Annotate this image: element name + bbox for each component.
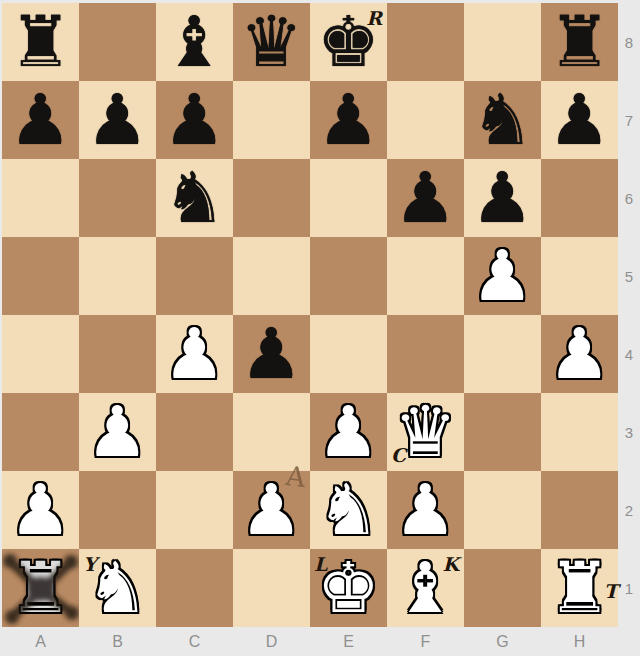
square-b8[interactable]	[79, 3, 156, 81]
square-c3[interactable]	[156, 393, 233, 471]
square-h4[interactable]: ♟	[541, 315, 618, 393]
square-c8[interactable]: ♝	[156, 3, 233, 81]
square-d4[interactable]: ♟	[233, 315, 310, 393]
square-f7[interactable]	[387, 81, 464, 159]
chess-board-page: ♜♝♛♚R♜♟♟♟♟♞♟♞♟♟♟♟♟♟♟♟♛C♟♟A♞♟♜ ♞Y♚L♝K♜T A…	[0, 0, 640, 656]
square-c1[interactable]	[156, 549, 233, 627]
annotation-letter-k-f1: K	[442, 555, 459, 574]
annotation-letter-l-e1: L	[314, 555, 327, 574]
rank-label-8: 8	[618, 3, 640, 81]
square-c7[interactable]: ♟	[156, 81, 233, 159]
piece-black-rook[interactable]: ♜	[2, 3, 79, 81]
square-d7[interactable]	[233, 81, 310, 159]
piece-white-pawn[interactable]: ♟	[310, 393, 387, 471]
square-c5[interactable]	[156, 237, 233, 315]
square-b3[interactable]: ♟	[79, 393, 156, 471]
piece-black-pawn[interactable]: ♟	[310, 81, 387, 159]
square-a7[interactable]: ♟	[2, 81, 79, 159]
rank-label-2: 2	[618, 471, 640, 549]
square-g7[interactable]: ♞	[464, 81, 541, 159]
file-label-e: E	[310, 627, 387, 656]
file-label-h: H	[541, 627, 618, 656]
square-g5[interactable]: ♟	[464, 237, 541, 315]
square-g8[interactable]	[464, 3, 541, 81]
square-e4[interactable]	[310, 315, 387, 393]
rank-label-1: 1	[618, 549, 640, 627]
square-d1[interactable]	[233, 549, 310, 627]
piece-black-pawn[interactable]: ♟	[233, 315, 310, 393]
square-a1[interactable]: ♜	[2, 549, 79, 627]
annotation-letter-c-f3: C	[391, 446, 406, 465]
file-label-f: F	[387, 627, 464, 656]
file-label-g: G	[464, 627, 541, 656]
file-label-d: D	[233, 627, 310, 656]
rank-label-3: 3	[618, 393, 640, 471]
file-label-b: B	[79, 627, 156, 656]
square-d5[interactable]	[233, 237, 310, 315]
piece-white-rook[interactable]: ♜	[2, 549, 79, 627]
square-f3[interactable]: ♛C	[387, 393, 464, 471]
square-c2[interactable]	[156, 471, 233, 549]
square-e3[interactable]: ♟	[310, 393, 387, 471]
piece-white-pawn[interactable]: ♟	[156, 315, 233, 393]
piece-white-pawn[interactable]: ♟	[2, 471, 79, 549]
square-g6[interactable]: ♟	[464, 159, 541, 237]
square-e2[interactable]: ♞	[310, 471, 387, 549]
rank-label-6: 6	[618, 159, 640, 237]
rank-label-4: 4	[618, 315, 640, 393]
annotation-letter-y-b1: Y	[83, 555, 97, 574]
piece-white-knight[interactable]: ♞	[310, 471, 387, 549]
square-b1[interactable]: ♞Y	[79, 549, 156, 627]
piece-black-pawn[interactable]: ♟	[2, 81, 79, 159]
square-h3[interactable]	[541, 393, 618, 471]
square-h1[interactable]: ♜T	[541, 549, 618, 627]
square-a6[interactable]	[2, 159, 79, 237]
square-a3[interactable]	[2, 393, 79, 471]
square-d3[interactable]	[233, 393, 310, 471]
square-c4[interactable]: ♟	[156, 315, 233, 393]
piece-black-pawn[interactable]: ♟	[464, 159, 541, 237]
square-h8[interactable]: ♜	[541, 3, 618, 81]
piece-black-pawn[interactable]: ♟	[387, 159, 464, 237]
square-d2[interactable]: ♟A	[233, 471, 310, 549]
square-h7[interactable]: ♟	[541, 81, 618, 159]
chess-board: ♜♝♛♚R♜♟♟♟♟♞♟♞♟♟♟♟♟♟♟♟♛C♟♟A♞♟♜ ♞Y♚L♝K♜T	[2, 3, 618, 627]
square-e5[interactable]	[310, 237, 387, 315]
square-f8[interactable]	[387, 3, 464, 81]
square-h6[interactable]	[541, 159, 618, 237]
square-g2[interactable]	[464, 471, 541, 549]
square-c6[interactable]: ♞	[156, 159, 233, 237]
file-labels: ABCDEFGH	[2, 627, 618, 656]
piece-black-rook[interactable]: ♜	[541, 3, 618, 81]
annotation-letter-t-h1: T	[604, 582, 618, 601]
square-g1[interactable]	[464, 549, 541, 627]
square-d6[interactable]	[233, 159, 310, 237]
annotation-letter-r-e8: R	[366, 9, 382, 28]
piece-black-pawn[interactable]: ♟	[79, 81, 156, 159]
square-e1[interactable]: ♚L	[310, 549, 387, 627]
square-a5[interactable]	[2, 237, 79, 315]
square-e7[interactable]: ♟	[310, 81, 387, 159]
rank-label-5: 5	[618, 237, 640, 315]
piece-black-pawn[interactable]: ♟	[156, 81, 233, 159]
square-b6[interactable]	[79, 159, 156, 237]
square-b4[interactable]	[79, 315, 156, 393]
square-h2[interactable]	[541, 471, 618, 549]
rank-label-7: 7	[618, 81, 640, 159]
piece-white-pawn[interactable]: ♟	[541, 315, 618, 393]
square-a4[interactable]	[2, 315, 79, 393]
piece-white-pawn[interactable]: ♟	[79, 393, 156, 471]
file-label-a: A	[2, 627, 79, 656]
piece-white-pawn[interactable]: ♟	[387, 471, 464, 549]
square-g4[interactable]	[464, 315, 541, 393]
annotation-letter-a-d2: A	[284, 462, 307, 491]
square-h5[interactable]	[541, 237, 618, 315]
square-f2[interactable]: ♟	[387, 471, 464, 549]
piece-black-knight[interactable]: ♞	[156, 159, 233, 237]
square-b2[interactable]	[79, 471, 156, 549]
square-b5[interactable]	[79, 237, 156, 315]
square-f1[interactable]: ♝K	[387, 549, 464, 627]
square-e6[interactable]	[310, 159, 387, 237]
square-f6[interactable]: ♟	[387, 159, 464, 237]
square-e8[interactable]: ♚R	[310, 3, 387, 81]
piece-black-knight[interactable]: ♞	[464, 81, 541, 159]
piece-white-pawn[interactable]: ♟	[464, 237, 541, 315]
square-f4[interactable]	[387, 315, 464, 393]
square-a2[interactable]: ♟	[2, 471, 79, 549]
file-label-c: C	[156, 627, 233, 656]
rank-labels: 87654321	[618, 3, 640, 627]
piece-black-pawn[interactable]: ♟	[541, 81, 618, 159]
square-g3[interactable]	[464, 393, 541, 471]
piece-black-bishop[interactable]: ♝	[156, 3, 233, 81]
square-d8[interactable]: ♛	[233, 3, 310, 81]
piece-black-queen[interactable]: ♛	[233, 3, 310, 81]
square-b7[interactable]: ♟	[79, 81, 156, 159]
square-f5[interactable]	[387, 237, 464, 315]
square-a8[interactable]: ♜	[2, 3, 79, 81]
